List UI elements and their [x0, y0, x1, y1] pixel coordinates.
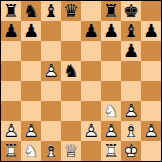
square-a2[interactable]: ♟♙ [1, 121, 21, 141]
piece-outline-layer: ♙ [141, 121, 161, 141]
piece-outline-layer: ♙ [41, 61, 61, 81]
white-knight[interactable]: ♞♘ [21, 141, 41, 161]
square-g5[interactable] [121, 61, 141, 81]
square-a5[interactable] [1, 61, 21, 81]
square-e5[interactable] [81, 61, 101, 81]
square-b5[interactable] [21, 61, 41, 81]
black-pawn[interactable]: ♟ [121, 41, 141, 61]
white-bishop[interactable]: ♝♗ [121, 121, 141, 141]
white-pawn[interactable]: ♟♙ [121, 101, 141, 121]
white-rook[interactable]: ♜♖ [1, 141, 21, 161]
square-h7[interactable]: ♟ [141, 21, 161, 41]
chess-board: ♜♞♝♛♜♚♟♟♟♟♝♟♟♟♙♞♞♘♟♙♟♙♟♙♟♙♟♙♝♗♟♙♜♖♞♘♝♗♛♕… [0, 0, 162, 162]
square-b4[interactable] [21, 81, 41, 101]
square-c3[interactable] [41, 101, 61, 121]
square-f1[interactable]: ♜♖ [101, 141, 121, 161]
square-c2[interactable] [41, 121, 61, 141]
square-f8[interactable]: ♜ [101, 1, 121, 21]
piece-outline-layer: ♘ [101, 101, 121, 121]
square-b8[interactable]: ♞ [21, 1, 41, 21]
piece-outline-layer: ♖ [101, 141, 121, 161]
square-d6[interactable] [61, 41, 81, 61]
black-pawn[interactable]: ♟ [1, 21, 21, 41]
white-pawn[interactable]: ♟♙ [21, 121, 41, 141]
square-c6[interactable] [41, 41, 61, 61]
square-g3[interactable]: ♟♙ [121, 101, 141, 121]
piece-outline-layer: ♙ [81, 121, 101, 141]
white-king[interactable]: ♚♔ [121, 141, 141, 161]
black-knight[interactable]: ♞ [21, 1, 41, 21]
white-pawn[interactable]: ♟♙ [41, 61, 61, 81]
square-d3[interactable] [61, 101, 81, 121]
square-g1[interactable]: ♚♔ [121, 141, 141, 161]
square-d5[interactable]: ♞ [61, 61, 81, 81]
piece-outline-layer: ♘ [21, 141, 41, 161]
square-f7[interactable]: ♟ [101, 21, 121, 41]
square-c1[interactable]: ♝♗ [41, 141, 61, 161]
square-f5[interactable] [101, 61, 121, 81]
square-d1[interactable]: ♛♕ [61, 141, 81, 161]
square-d8[interactable]: ♛ [61, 1, 81, 21]
square-g6[interactable]: ♟ [121, 41, 141, 61]
white-rook[interactable]: ♜♖ [101, 141, 121, 161]
square-d4[interactable] [61, 81, 81, 101]
square-e4[interactable] [81, 81, 101, 101]
square-c8[interactable]: ♝ [41, 1, 61, 21]
square-e7[interactable]: ♟ [81, 21, 101, 41]
black-bishop[interactable]: ♝ [41, 1, 61, 21]
piece-outline-layer: ♗ [121, 121, 141, 141]
black-pawn[interactable]: ♟ [141, 21, 161, 41]
square-f4[interactable] [101, 81, 121, 101]
square-h3[interactable] [141, 101, 161, 121]
square-b7[interactable]: ♟ [21, 21, 41, 41]
square-f6[interactable] [101, 41, 121, 61]
piece-outline-layer: ♖ [1, 141, 21, 161]
square-e6[interactable] [81, 41, 101, 61]
black-queen[interactable]: ♛ [61, 1, 81, 21]
piece-outline-layer: ♔ [121, 141, 141, 161]
black-rook[interactable]: ♜ [1, 1, 21, 21]
square-c7[interactable] [41, 21, 61, 41]
square-e2[interactable]: ♟♙ [81, 121, 101, 141]
black-king[interactable]: ♚ [121, 1, 141, 21]
square-g4[interactable] [121, 81, 141, 101]
square-a7[interactable]: ♟ [1, 21, 21, 41]
square-h4[interactable] [141, 81, 161, 101]
square-e1[interactable] [81, 141, 101, 161]
piece-outline-layer: ♙ [121, 101, 141, 121]
square-a6[interactable] [1, 41, 21, 61]
piece-outline-layer: ♕ [61, 141, 81, 161]
piece-outline-layer: ♙ [21, 121, 41, 141]
square-a1[interactable]: ♜♖ [1, 141, 21, 161]
square-h2[interactable]: ♟♙ [141, 121, 161, 141]
square-e3[interactable] [81, 101, 101, 121]
square-e8[interactable] [81, 1, 101, 21]
square-b6[interactable] [21, 41, 41, 61]
square-a3[interactable] [1, 101, 21, 121]
square-g8[interactable]: ♚ [121, 1, 141, 21]
black-rook[interactable]: ♜ [101, 1, 121, 21]
black-pawn[interactable]: ♟ [21, 21, 41, 41]
white-pawn[interactable]: ♟♙ [1, 121, 21, 141]
square-c4[interactable] [41, 81, 61, 101]
black-pawn[interactable]: ♟ [81, 21, 101, 41]
square-h8[interactable] [141, 1, 161, 21]
square-a4[interactable] [1, 81, 21, 101]
square-d7[interactable] [61, 21, 81, 41]
white-bishop[interactable]: ♝♗ [41, 141, 61, 161]
square-g7[interactable]: ♝ [121, 21, 141, 41]
black-pawn[interactable]: ♟ [101, 21, 121, 41]
black-knight[interactable]: ♞ [61, 61, 81, 81]
square-f2[interactable]: ♟♙ [101, 121, 121, 141]
white-pawn[interactable]: ♟♙ [81, 121, 101, 141]
square-b2[interactable]: ♟♙ [21, 121, 41, 141]
square-g2[interactable]: ♝♗ [121, 121, 141, 141]
square-h1[interactable] [141, 141, 161, 161]
square-h6[interactable] [141, 41, 161, 61]
square-a8[interactable]: ♜ [1, 1, 21, 21]
piece-outline-layer: ♙ [1, 121, 21, 141]
square-h5[interactable] [141, 61, 161, 81]
square-b3[interactable] [21, 101, 41, 121]
piece-outline-layer: ♗ [41, 141, 61, 161]
white-knight[interactable]: ♞♘ [101, 101, 121, 121]
white-pawn[interactable]: ♟♙ [101, 121, 121, 141]
piece-outline-layer: ♙ [101, 121, 121, 141]
square-b1[interactable]: ♞♘ [21, 141, 41, 161]
square-f3[interactable]: ♞♘ [101, 101, 121, 121]
square-c5[interactable]: ♟♙ [41, 61, 61, 81]
white-queen[interactable]: ♛♕ [61, 141, 81, 161]
black-bishop[interactable]: ♝ [121, 21, 141, 41]
white-pawn[interactable]: ♟♙ [141, 121, 161, 141]
square-d2[interactable] [61, 121, 81, 141]
